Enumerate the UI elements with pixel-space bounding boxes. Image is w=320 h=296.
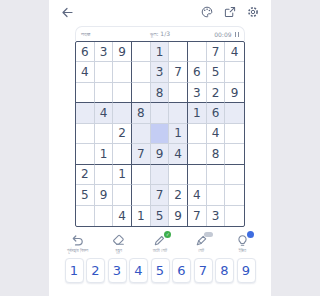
cell-r3c6[interactable] (169, 83, 188, 103)
cell-r9c5[interactable]: 5 (151, 206, 170, 226)
fullscreen-button[interactable] (222, 4, 238, 20)
cell-r5c7[interactable] (188, 124, 207, 144)
numpad-key-3[interactable]: 3 (108, 258, 127, 283)
cell-r6c5[interactable]: 9 (151, 144, 170, 164)
cell-r6c4[interactable]: 7 (132, 144, 151, 164)
cell-r8c4[interactable] (132, 185, 151, 205)
cell-r3c2[interactable] (95, 83, 114, 103)
cell-r8c7[interactable]: 4 (188, 185, 207, 205)
undo-label: পূর্বাবস্থায় ফিরুন (67, 248, 88, 253)
pause-button[interactable] (235, 32, 240, 37)
cell-r7c6[interactable] (169, 165, 188, 185)
cell-r9c9[interactable] (225, 206, 244, 226)
cell-r6c9[interactable] (225, 144, 244, 164)
cell-r5c3[interactable]: 2 (113, 124, 132, 144)
cell-r3c7[interactable]: 3 (188, 83, 207, 103)
cell-r6c8[interactable]: 8 (207, 144, 226, 164)
cell-r4c1[interactable] (76, 103, 95, 123)
cell-r1c2[interactable]: 3 (95, 42, 114, 62)
difficulty-label: সহজ (81, 30, 134, 38)
cell-r9c4[interactable]: 1 (132, 206, 151, 226)
cell-r5c1[interactable] (76, 124, 95, 144)
cell-r1c4[interactable] (132, 42, 151, 62)
cell-r4c3[interactable] (113, 103, 132, 123)
auto-note-button[interactable]: ✓ অটো নোট (140, 234, 180, 253)
palette-icon (201, 6, 213, 18)
cell-r2c8[interactable]: 5 (207, 62, 226, 82)
sudoku-grid: 6391744376583294816214179482159724415973 (75, 41, 245, 227)
cell-r4c5[interactable] (151, 103, 170, 123)
toolbar: পূর্বাবস্থায় ফিরুন মুছুন ✓ অটো নোট (49, 234, 271, 253)
cell-r7c4[interactable] (132, 165, 151, 185)
cell-r1c8[interactable]: 7 (207, 42, 226, 62)
hint-count-badge (247, 231, 254, 238)
timer-label: 00:09 (214, 31, 231, 38)
cell-r8c2[interactable]: 9 (95, 185, 114, 205)
cell-r2c5[interactable]: 3 (151, 62, 170, 82)
pen-icon (195, 234, 208, 247)
cell-r1c9[interactable]: 4 (225, 42, 244, 62)
note-off-badge (204, 232, 213, 237)
cell-r6c1[interactable] (76, 144, 95, 164)
lightbulb-icon (236, 234, 249, 247)
cell-r2c1[interactable]: 4 (76, 62, 95, 82)
cell-r9c2[interactable] (95, 206, 114, 226)
cell-r4c9[interactable] (225, 103, 244, 123)
cell-r6c3[interactable] (113, 144, 132, 164)
auto-note-on-badge: ✓ (164, 231, 171, 238)
numpad-key-1[interactable]: 1 (65, 258, 84, 283)
cell-r8c5[interactable]: 7 (151, 185, 170, 205)
cell-r6c6[interactable]: 4 (169, 144, 188, 164)
app-bar (49, 0, 271, 24)
hint-button[interactable]: ইঙ্গিত (222, 234, 262, 253)
cell-r2c2[interactable] (95, 62, 114, 82)
mistakes-counter: ভুল: 1/3 (134, 30, 187, 38)
cell-r4c6[interactable] (169, 103, 188, 123)
cell-r3c5[interactable]: 8 (151, 83, 170, 103)
cell-r4c2[interactable]: 4 (95, 103, 114, 123)
numpad-key-5[interactable]: 5 (151, 258, 170, 283)
numpad-key-6[interactable]: 6 (172, 258, 191, 283)
auto-note-label: অটো নোট (153, 248, 167, 253)
cell-r6c2[interactable]: 1 (95, 144, 114, 164)
cell-r1c1[interactable]: 6 (76, 42, 95, 62)
eraser-icon (112, 234, 125, 247)
cell-r6c7[interactable] (188, 144, 207, 164)
cell-r7c1[interactable]: 2 (76, 165, 95, 185)
open-in-new-icon (224, 6, 236, 18)
hint-label: ইঙ্গিত (238, 248, 246, 253)
back-button[interactable] (59, 4, 75, 20)
cell-r7c2[interactable] (95, 165, 114, 185)
numpad-key-4[interactable]: 4 (129, 258, 148, 283)
cell-r4c8[interactable]: 6 (207, 103, 226, 123)
cell-r7c5[interactable] (151, 165, 170, 185)
cell-r9c3[interactable]: 4 (113, 206, 132, 226)
cell-r3c4[interactable] (132, 83, 151, 103)
cell-r2c9[interactable] (225, 62, 244, 82)
cell-r9c6[interactable]: 9 (169, 206, 188, 226)
settings-button[interactable] (245, 4, 261, 20)
erase-button[interactable]: মুছুন (99, 234, 139, 253)
note-button[interactable]: নোট (181, 234, 221, 253)
cell-r5c5[interactable] (151, 124, 170, 144)
cell-r5c4[interactable] (132, 124, 151, 144)
cell-r5c8[interactable]: 4 (207, 124, 226, 144)
cell-r3c9[interactable]: 9 (225, 83, 244, 103)
note-label: নোট (198, 248, 204, 253)
undo-icon (71, 234, 84, 247)
cell-r8c6[interactable]: 2 (169, 185, 188, 205)
cell-r7c3[interactable]: 1 (113, 165, 132, 185)
cell-r5c2[interactable] (95, 124, 114, 144)
cell-r1c6[interactable] (169, 42, 188, 62)
numpad-key-7[interactable]: 7 (194, 258, 213, 283)
back-arrow-icon (61, 6, 74, 19)
cell-r8c1[interactable]: 5 (76, 185, 95, 205)
cell-r1c3[interactable]: 9 (113, 42, 132, 62)
number-pad: 123456789 (49, 258, 271, 283)
cell-r2c3[interactable] (113, 62, 132, 82)
undo-button[interactable]: পূর্বাবস্থায় ফিরুন (58, 234, 98, 253)
cell-r9c8[interactable]: 3 (207, 206, 226, 226)
cell-r1c7[interactable] (188, 42, 207, 62)
cell-r9c1[interactable] (76, 206, 95, 226)
cell-r5c9[interactable] (225, 124, 244, 144)
cell-r9c7[interactable]: 7 (188, 206, 207, 226)
cell-r1c5[interactable]: 1 (151, 42, 170, 62)
cell-r8c3[interactable] (113, 185, 132, 205)
numpad-key-9[interactable]: 9 (237, 258, 256, 283)
status-bar: সহজ ভুল: 1/3 00:09 (75, 26, 245, 41)
gear-icon (247, 6, 259, 18)
cell-r3c1[interactable] (76, 83, 95, 103)
cell-r7c7[interactable] (188, 165, 207, 185)
cell-r8c9[interactable] (225, 185, 244, 205)
cell-r4c7[interactable]: 1 (188, 103, 207, 123)
cell-r8c8[interactable] (207, 185, 226, 205)
cell-r3c3[interactable] (113, 83, 132, 103)
cell-r7c9[interactable] (225, 165, 244, 185)
cell-r2c6[interactable]: 7 (169, 62, 188, 82)
numpad-key-2[interactable]: 2 (86, 258, 105, 283)
cell-r2c4[interactable] (132, 62, 151, 82)
erase-label: মুছুন (116, 248, 122, 253)
cell-r3c8[interactable]: 2 (207, 83, 226, 103)
pencil-icon: ✓ (153, 234, 166, 247)
theme-button[interactable] (199, 4, 215, 20)
sudoku-app-screen: সহজ ভুল: 1/3 00:09 639174437658329481621… (49, 0, 271, 296)
cell-r5c6[interactable]: 1 (169, 124, 188, 144)
cell-r2c7[interactable]: 6 (188, 62, 207, 82)
numpad-key-8[interactable]: 8 (215, 258, 234, 283)
cell-r4c4[interactable]: 8 (132, 103, 151, 123)
cell-r7c8[interactable] (207, 165, 226, 185)
